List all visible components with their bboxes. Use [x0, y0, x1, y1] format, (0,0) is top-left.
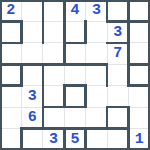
cell-r6c6[interactable]	[107, 107, 128, 128]
cell-r5c6[interactable]	[107, 86, 128, 107]
region-border-horizontal	[63, 106, 87, 109]
cell-r1c5-given: 3	[86, 0, 107, 21]
region-border-vertical	[106, 106, 109, 130]
cell-r1c4-given: 4	[64, 0, 85, 21]
region-border-vertical	[20, 127, 23, 150]
cell-r6c4[interactable]	[64, 107, 85, 128]
cell-r5c1[interactable]	[0, 86, 21, 107]
cell-r6c1[interactable]	[0, 107, 21, 128]
region-border-vertical	[127, 20, 130, 44]
cell-r1c3[interactable]	[43, 0, 64, 21]
outer-border-left	[0, 0, 2, 150]
cell-r3c6-given: 7	[107, 43, 128, 64]
cell-r6c3[interactable]	[43, 107, 64, 128]
region-border-horizontal	[106, 127, 130, 130]
cell-r3c4[interactable]	[64, 43, 85, 64]
region-border-vertical	[127, 63, 130, 87]
region-border-vertical	[84, 84, 87, 108]
cell-r5c2-given: 3	[21, 86, 42, 107]
region-border-vertical	[42, 84, 45, 108]
region-border-vertical	[127, 42, 130, 66]
region-border-vertical	[63, 127, 66, 150]
outer-border-right	[148, 0, 150, 150]
cell-r1c2[interactable]	[21, 0, 42, 21]
cell-r7c1[interactable]	[0, 129, 21, 150]
region-border-vertical	[63, 20, 66, 44]
cell-r2c3[interactable]	[43, 21, 64, 42]
region-border-vertical	[84, 20, 87, 44]
cell-r3c5[interactable]	[86, 43, 107, 64]
cell-r3c2[interactable]	[21, 43, 42, 64]
region-border-horizontal	[127, 84, 150, 87]
region-border-horizontal	[63, 84, 87, 87]
cell-r5c4[interactable]	[64, 86, 85, 107]
cell-r4c4[interactable]	[64, 64, 85, 85]
region-border-horizontal	[106, 106, 130, 109]
region-border-vertical	[106, 0, 109, 23]
region-border-vertical	[42, 20, 45, 44]
region-border-vertical	[42, 63, 45, 87]
cell-r6c7[interactable]	[129, 107, 150, 128]
region-border-horizontal	[42, 127, 66, 130]
region-border-horizontal	[20, 127, 44, 130]
cell-r7c6[interactable]	[107, 129, 128, 150]
cell-r6c2-given: 6	[21, 107, 42, 128]
region-border-vertical	[127, 127, 130, 150]
cell-r5c7[interactable]	[129, 86, 150, 107]
region-border-vertical	[42, 106, 45, 130]
cell-r3c3[interactable]	[43, 43, 64, 64]
cell-r7c5[interactable]	[86, 129, 107, 150]
region-border-vertical	[106, 63, 109, 87]
cell-r2c5[interactable]	[86, 21, 107, 42]
cell-r7c3-given: 3	[43, 129, 64, 150]
cell-r2c7[interactable]	[129, 21, 150, 42]
region-border-horizontal	[42, 106, 66, 109]
cell-r3c7[interactable]	[129, 43, 150, 64]
cell-r2c1[interactable]	[0, 21, 21, 42]
cell-r2c4[interactable]	[64, 21, 85, 42]
cell-r7c7-given: 1	[129, 129, 150, 150]
region-border-horizontal	[106, 42, 130, 45]
region-border-vertical	[84, 127, 87, 150]
cell-r3c1[interactable]	[0, 43, 21, 64]
puzzle-board: 2433736351	[0, 0, 150, 150]
cell-r4c2[interactable]	[21, 64, 42, 85]
region-border-horizontal	[84, 63, 108, 66]
region-border-horizontal	[63, 42, 87, 45]
cell-r4c5[interactable]	[86, 64, 107, 85]
region-border-horizontal	[127, 63, 150, 66]
region-border-horizontal	[42, 63, 66, 66]
region-border-vertical	[63, 84, 66, 108]
cell-r4c3[interactable]	[43, 64, 64, 85]
cell-r4c6[interactable]	[107, 64, 128, 85]
cell-r1c6[interactable]	[107, 0, 128, 21]
puzzle-page: 2433736351	[0, 0, 150, 150]
cell-r2c2[interactable]	[21, 21, 42, 42]
region-border-vertical	[20, 63, 23, 87]
region-border-vertical	[20, 20, 23, 44]
cell-r7c2[interactable]	[21, 129, 42, 150]
region-border-horizontal	[106, 20, 130, 23]
cell-r1c1-given: 2	[0, 0, 21, 21]
region-border-horizontal	[84, 127, 108, 130]
cell-r7c4-given: 5	[64, 129, 85, 150]
cell-r5c3[interactable]	[43, 86, 64, 107]
cell-r2c6-given: 3	[107, 21, 128, 42]
region-border-horizontal	[63, 63, 87, 66]
region-border-vertical	[63, 42, 66, 66]
outer-border-bottom	[0, 148, 150, 150]
cell-r5c5[interactable]	[86, 86, 107, 107]
cell-r4c1[interactable]	[0, 64, 21, 85]
region-border-horizontal	[20, 63, 44, 66]
cell-r4c7[interactable]	[129, 64, 150, 85]
region-border-horizontal	[63, 127, 87, 130]
cell-r6c5[interactable]	[86, 107, 107, 128]
outer-border-top	[0, 0, 150, 2]
cell-r1c7[interactable]	[129, 0, 150, 21]
region-border-vertical	[127, 106, 130, 130]
region-border-horizontal	[127, 20, 150, 23]
